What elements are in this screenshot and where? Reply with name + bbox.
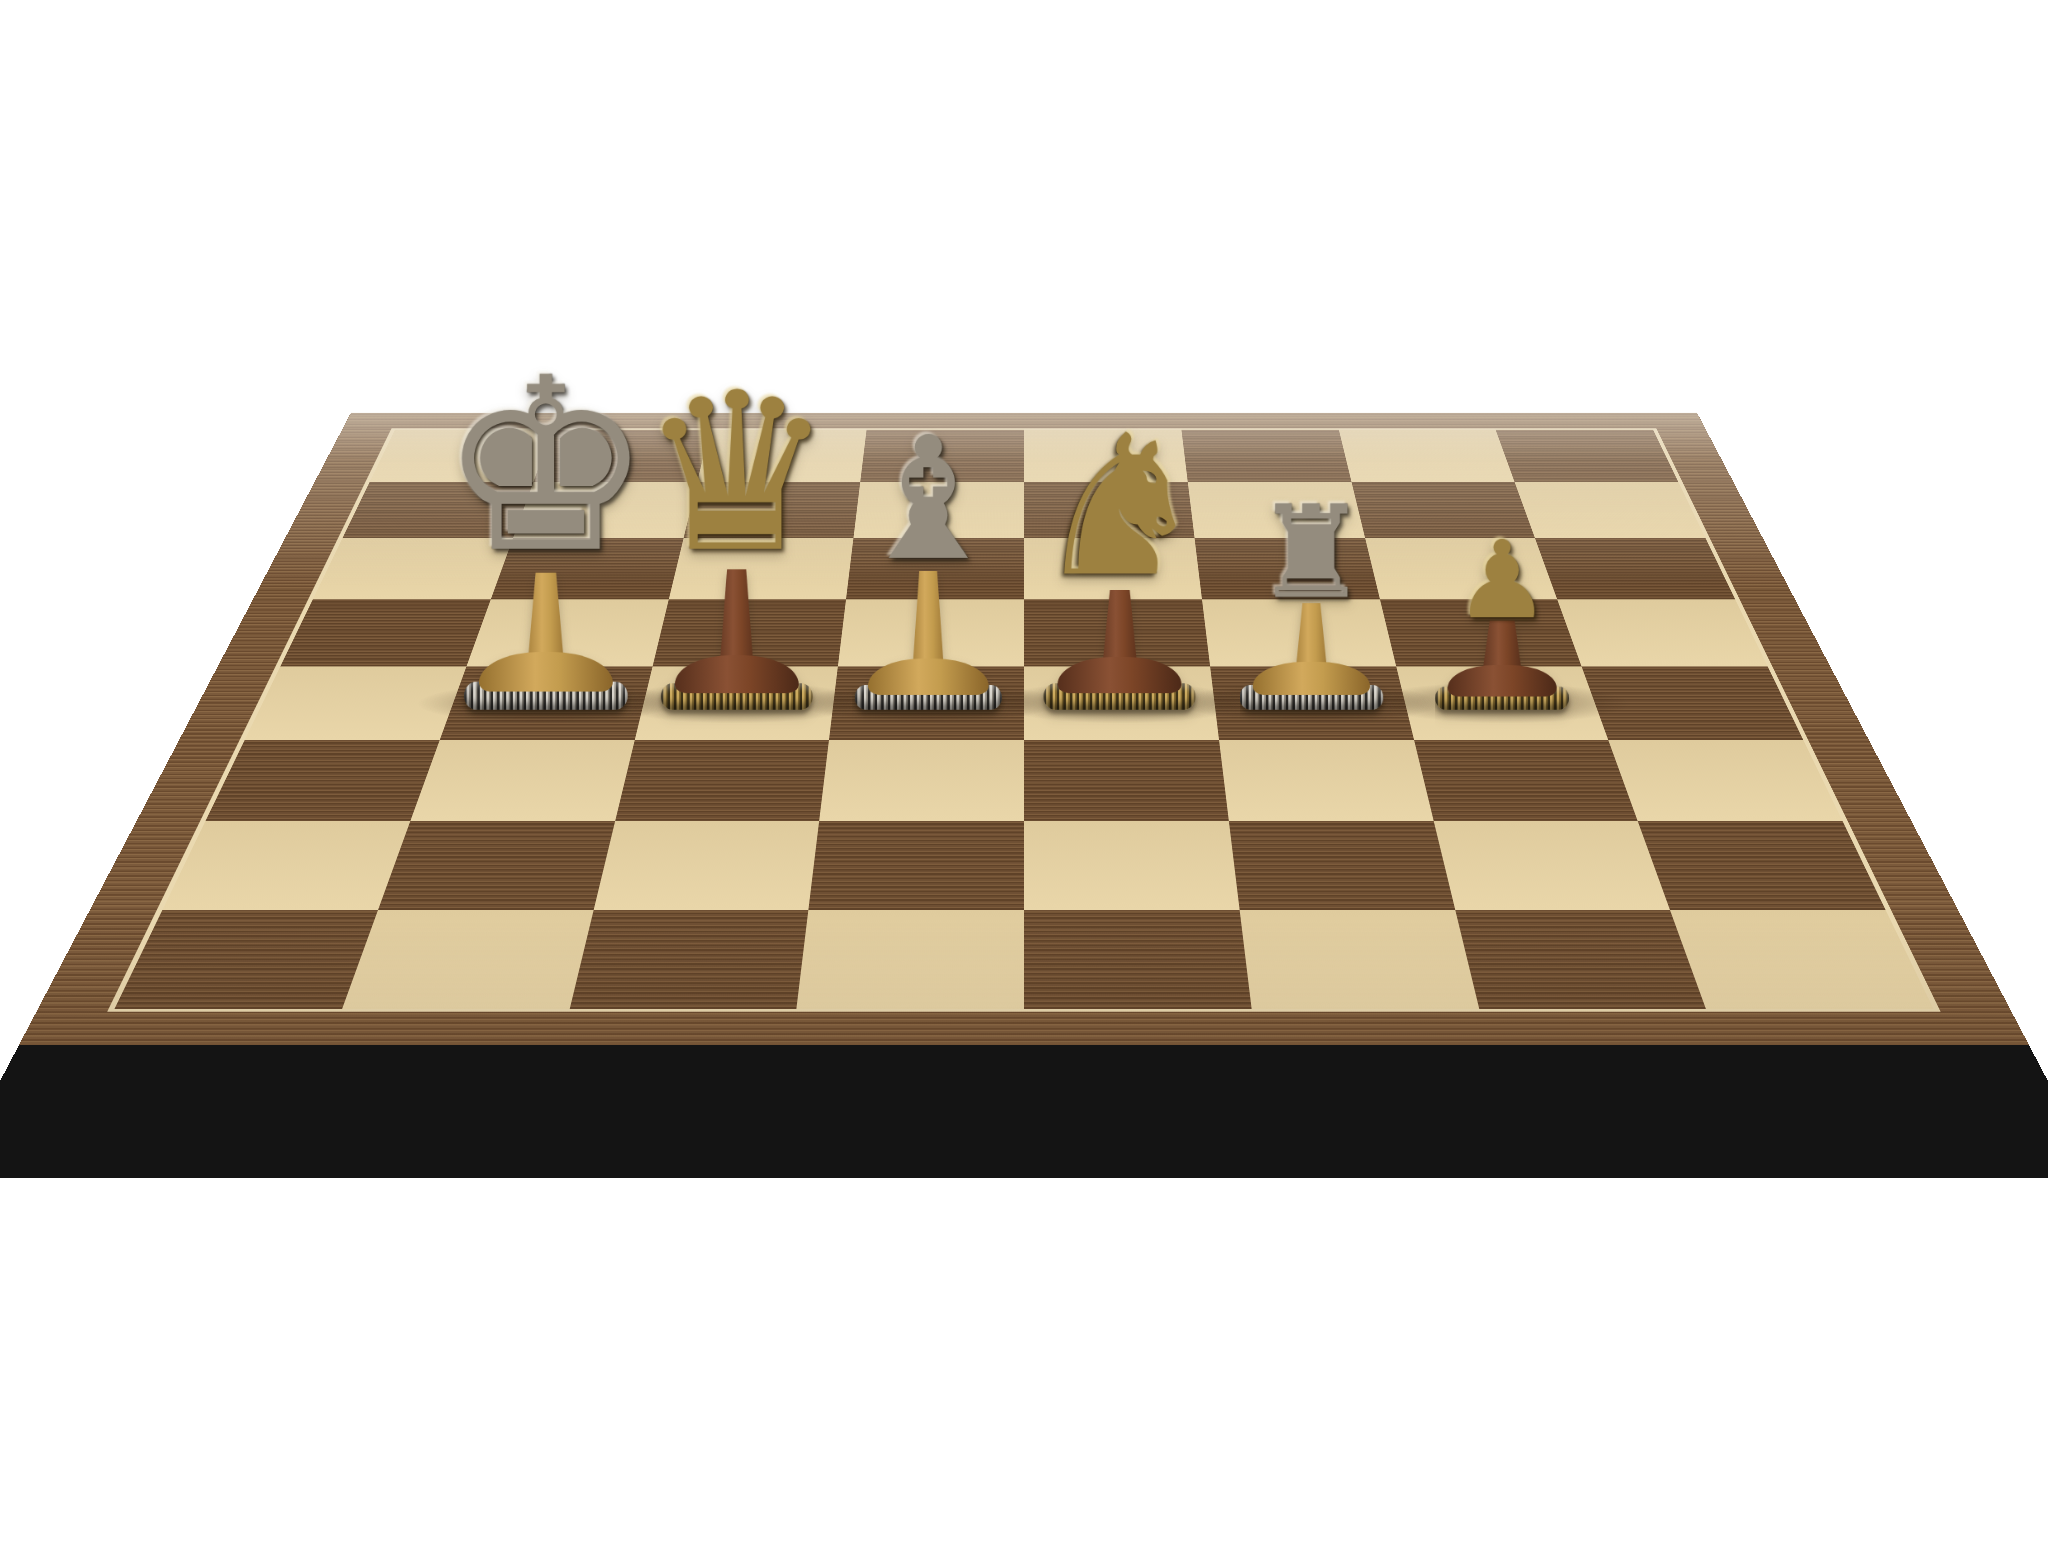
piece-queen[interactable]: ♛ xyxy=(639,364,835,710)
piece-knight[interactable]: ♞ xyxy=(1033,409,1207,710)
rook-silver-glyph: ♜ xyxy=(1254,488,1369,616)
king-silver-glyph: ♚ xyxy=(438,346,653,585)
queen-brass-glyph: ♛ xyxy=(639,364,835,583)
piece-pawn[interactable]: ♟ xyxy=(1436,526,1570,709)
pawn-wood-base xyxy=(1448,665,1557,696)
scene: ♚♛♝♞♜♟ xyxy=(0,0,2048,1553)
knight-wood-base xyxy=(1058,657,1182,693)
piece-bishop[interactable]: ♝ xyxy=(852,415,1004,710)
pieces-layer: ♚♛♝♞♜♟ xyxy=(19,413,2029,1045)
knight-brass-glyph: ♞ xyxy=(1033,409,1207,603)
bishop-wood-base xyxy=(868,658,989,694)
piece-king[interactable]: ♚ xyxy=(438,346,653,709)
king-wood-base xyxy=(479,652,613,692)
chessboard: ♚♛♝♞♜♟ xyxy=(19,413,2029,1045)
piece-rook[interactable]: ♜ xyxy=(1239,488,1383,709)
pawn-brass-glyph: ♟ xyxy=(1454,526,1550,633)
bishop-silver-glyph: ♝ xyxy=(852,415,1004,584)
rook-wood-base xyxy=(1252,662,1369,695)
queen-wood-base xyxy=(675,655,799,693)
